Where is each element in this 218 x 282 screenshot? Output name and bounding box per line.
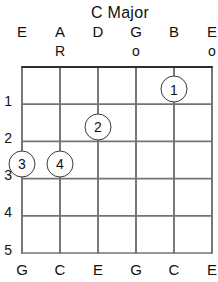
sounding-note-1: C <box>55 262 66 277</box>
sounding-note-5: E <box>207 262 217 277</box>
sounding-note-4: C <box>169 262 180 277</box>
sounding-note-2: E <box>93 262 103 277</box>
chord-diagram: C Major EADGBE Roo 12345 3421 GCEGCE <box>0 0 218 282</box>
sounding-notes-row: GCEGCE <box>0 0 218 282</box>
sounding-note-0: G <box>16 262 28 277</box>
sounding-note-3: G <box>130 262 142 277</box>
